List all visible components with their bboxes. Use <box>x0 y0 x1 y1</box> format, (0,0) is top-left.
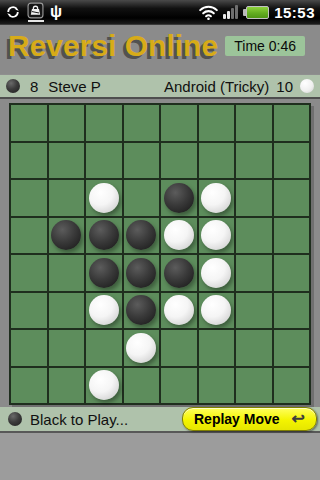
black-player-disc-icon <box>6 79 20 93</box>
white-disc <box>201 295 231 325</box>
black-disc <box>51 220 81 250</box>
board-cell[interactable] <box>11 293 47 329</box>
wifi-icon <box>199 5 218 20</box>
board-cell[interactable] <box>274 218 310 254</box>
board-cell[interactable] <box>49 180 85 216</box>
board-cell[interactable] <box>11 368 47 404</box>
sync-icon <box>5 4 21 20</box>
white-disc <box>164 295 194 325</box>
replay-move-label: Replay Move <box>194 411 280 427</box>
board-cell[interactable] <box>161 368 197 404</box>
app-title: Reversi Online <box>8 29 218 63</box>
board-cell[interactable] <box>236 180 272 216</box>
signal-strength-icon <box>223 5 238 19</box>
board-cell[interactable] <box>86 330 122 366</box>
black-disc <box>126 220 156 250</box>
board-cell[interactable] <box>11 105 47 141</box>
board-cell[interactable] <box>161 180 197 216</box>
white-disc <box>89 295 119 325</box>
board-cell[interactable] <box>49 255 85 291</box>
player-score-bar: 8 Steve P Android (Tricky) 10 <box>0 74 320 99</box>
white-disc <box>89 370 119 400</box>
board-cell[interactable] <box>86 143 122 179</box>
board-cell[interactable] <box>274 293 310 329</box>
board-cell[interactable] <box>124 255 160 291</box>
board-cell[interactable] <box>236 218 272 254</box>
board-cell[interactable] <box>11 180 47 216</box>
white-disc <box>164 220 194 250</box>
white-disc <box>126 333 156 363</box>
board-cell[interactable] <box>199 105 235 141</box>
turn-status-text: Black to Play... <box>30 411 128 428</box>
board-cell[interactable] <box>274 143 310 179</box>
board-cell[interactable] <box>124 330 160 366</box>
status-clock: 15:53 <box>274 4 315 21</box>
board-cell[interactable] <box>11 255 47 291</box>
status-bar-left: ψ <box>5 2 62 22</box>
board-cell[interactable] <box>124 368 160 404</box>
board-cell[interactable] <box>161 330 197 366</box>
board-cell[interactable] <box>199 180 235 216</box>
board-cell[interactable] <box>86 368 122 404</box>
board-cell[interactable] <box>124 105 160 141</box>
board-cell[interactable] <box>199 293 235 329</box>
black-disc <box>126 258 156 288</box>
board-cell[interactable] <box>86 218 122 254</box>
black-disc <box>164 258 194 288</box>
board-cell[interactable] <box>49 330 85 366</box>
board-cell[interactable] <box>49 143 85 179</box>
board-cell[interactable] <box>161 105 197 141</box>
board-cell[interactable] <box>274 368 310 404</box>
black-disc <box>89 258 119 288</box>
undo-icon: ↩ <box>292 411 305 427</box>
white-disc <box>201 183 231 213</box>
board-cell[interactable] <box>199 368 235 404</box>
status-bar-right: 15:53 <box>199 4 315 21</box>
board-cell[interactable] <box>49 293 85 329</box>
board-cell[interactable] <box>274 330 310 366</box>
board-cell[interactable] <box>236 105 272 141</box>
board-cell[interactable] <box>236 330 272 366</box>
white-player-disc-icon <box>300 79 314 93</box>
black-disc <box>164 183 194 213</box>
title-bar: Reversi Online Time 0:46 <box>0 25 320 74</box>
board-cell[interactable] <box>236 143 272 179</box>
replay-move-button[interactable]: Replay Move ↩ <box>182 407 317 431</box>
board <box>9 103 311 405</box>
board-cell[interactable] <box>236 368 272 404</box>
board-cell[interactable] <box>86 293 122 329</box>
move-timer-badge: Time 0:46 <box>225 36 305 56</box>
board-area <box>0 99 320 407</box>
board-cell[interactable] <box>161 143 197 179</box>
black-score: 8 <box>30 78 38 95</box>
board-cell[interactable] <box>11 143 47 179</box>
battery-icon <box>243 6 269 19</box>
board-cell[interactable] <box>124 143 160 179</box>
board-cell[interactable] <box>161 218 197 254</box>
board-cell[interactable] <box>161 293 197 329</box>
white-disc <box>89 183 119 213</box>
footer-bar: Black to Play... Replay Move ↩ <box>0 407 320 433</box>
empty-background <box>0 433 320 480</box>
board-cell[interactable] <box>11 330 47 366</box>
board-cell[interactable] <box>274 105 310 141</box>
white-score: 10 <box>276 78 293 95</box>
usb-icon: ψ <box>50 4 62 20</box>
status-bar[interactable]: ψ 15:53 <box>0 0 320 25</box>
board-cell[interactable] <box>124 180 160 216</box>
board-cell[interactable] <box>49 368 85 404</box>
black-player-name: Steve P <box>48 78 101 95</box>
white-disc <box>201 220 231 250</box>
board-cell[interactable] <box>236 255 272 291</box>
board-cell[interactable] <box>11 218 47 254</box>
board-cell[interactable] <box>199 330 235 366</box>
board-cell[interactable] <box>124 218 160 254</box>
board-cell[interactable] <box>199 218 235 254</box>
board-cell[interactable] <box>86 180 122 216</box>
black-disc <box>89 220 119 250</box>
board-cell[interactable] <box>124 293 160 329</box>
board-cell[interactable] <box>274 180 310 216</box>
board-cell[interactable] <box>49 218 85 254</box>
screen: ψ 15:53 Reversi Online Time 0:46 <box>0 0 320 480</box>
board-cell[interactable] <box>49 105 85 141</box>
white-disc <box>201 258 231 288</box>
black-disc <box>126 295 156 325</box>
market-download-icon <box>27 2 44 22</box>
board-cell[interactable] <box>86 255 122 291</box>
white-player-name: Android (Tricky) <box>164 78 269 95</box>
board-cell[interactable] <box>199 255 235 291</box>
board-cell[interactable] <box>161 255 197 291</box>
board-cell[interactable] <box>86 105 122 141</box>
turn-indicator-disc-icon <box>8 412 22 426</box>
board-cell[interactable] <box>236 293 272 329</box>
board-cell[interactable] <box>274 255 310 291</box>
board-cell[interactable] <box>199 143 235 179</box>
